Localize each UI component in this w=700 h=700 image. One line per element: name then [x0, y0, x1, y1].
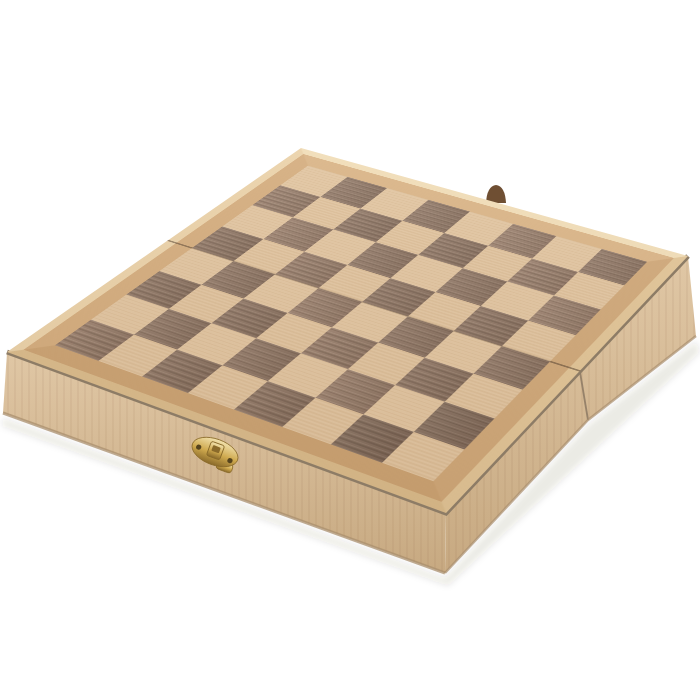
- product-photo-stage: [0, 0, 700, 700]
